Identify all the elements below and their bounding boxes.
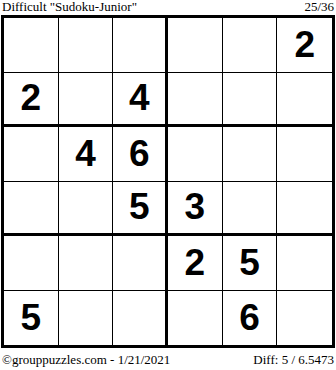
cell-r2c5[interactable]	[223, 73, 278, 128]
cell-r5c2[interactable]	[59, 236, 114, 291]
cell-r1c6: 2	[277, 18, 332, 73]
cell-r6c5: 6	[223, 291, 278, 346]
cell-r4c2[interactable]	[59, 182, 114, 237]
puzzle-counter: 25/36	[304, 0, 334, 14]
footer: ©grouppuzzles.com - 1/21/2021 Diff: 5 / …	[0, 350, 336, 368]
cell-r3c5[interactable]	[223, 127, 278, 182]
cell-r5c4: 2	[168, 236, 223, 291]
cell-r6c6[interactable]	[277, 291, 332, 346]
difficulty-text: Diff: 5 / 6.5473	[253, 352, 334, 368]
cell-r3c3: 6	[113, 127, 168, 182]
copyright-text: ©grouppuzzles.com - 1/21/2021	[2, 352, 170, 368]
cell-r1c5[interactable]	[223, 18, 278, 73]
header: Difficult "Sudoku-Junior" 25/36	[0, 0, 336, 15]
cell-r1c3[interactable]	[113, 18, 168, 73]
cell-r5c3[interactable]	[113, 236, 168, 291]
cell-r2c6[interactable]	[277, 73, 332, 128]
cell-r6c3[interactable]	[113, 291, 168, 346]
cell-r3c4[interactable]	[168, 127, 223, 182]
cell-r3c2: 4	[59, 127, 114, 182]
cell-r4c5[interactable]	[223, 182, 278, 237]
cell-r5c1[interactable]	[4, 236, 59, 291]
cell-r2c4[interactable]	[168, 73, 223, 128]
cell-r6c4[interactable]	[168, 291, 223, 346]
cell-r3c6[interactable]	[277, 127, 332, 182]
cell-r3c1[interactable]	[4, 127, 59, 182]
sudoku-board: 22446532556	[1, 15, 335, 348]
cell-r5c6[interactable]	[277, 236, 332, 291]
cell-r4c1[interactable]	[4, 182, 59, 237]
cell-r4c3: 5	[113, 182, 168, 237]
cell-r2c2[interactable]	[59, 73, 114, 128]
cell-r2c3: 4	[113, 73, 168, 128]
cell-r2c1: 2	[4, 73, 59, 128]
cell-r1c2[interactable]	[59, 18, 114, 73]
cell-r4c4: 3	[168, 182, 223, 237]
cell-r1c1[interactable]	[4, 18, 59, 73]
cell-r5c5: 5	[223, 236, 278, 291]
page-title: Difficult "Sudoku-Junior"	[2, 0, 137, 14]
cell-r6c2[interactable]	[59, 291, 114, 346]
cell-r6c1: 5	[4, 291, 59, 346]
cell-r4c6[interactable]	[277, 182, 332, 237]
cell-r1c4[interactable]	[168, 18, 223, 73]
